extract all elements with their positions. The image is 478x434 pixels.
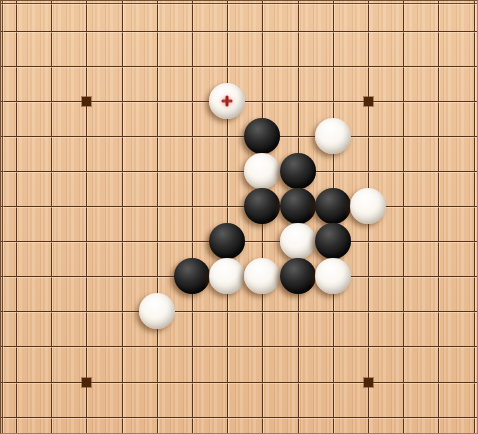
star-point (82, 378, 91, 387)
grid-line-horizontal (1, 417, 477, 418)
grid-line-horizontal (1, 136, 477, 137)
white-stone (280, 223, 316, 259)
white-stone (315, 258, 351, 294)
white-stone (315, 118, 351, 154)
grid-line-vertical-edge (2, 1, 3, 433)
black-stone (280, 153, 316, 189)
star-point (364, 378, 373, 387)
grid-line-horizontal-edge (1, 3, 477, 4)
grid-line-horizontal (1, 311, 477, 312)
grid-line-horizontal (1, 66, 477, 67)
black-stone (280, 258, 316, 294)
black-stone (315, 188, 351, 224)
white-stone (350, 188, 386, 224)
last-move-marker-icon (221, 94, 234, 107)
white-stone-last-move (209, 83, 245, 119)
white-stone (209, 258, 245, 294)
grid-line-horizontal (1, 382, 477, 383)
star-point (364, 97, 373, 106)
white-stone (244, 258, 280, 294)
star-point (82, 97, 91, 106)
grid-line-horizontal (1, 171, 477, 172)
black-stone (315, 223, 351, 259)
go-board[interactable] (0, 0, 478, 434)
grid-line-horizontal (1, 31, 477, 32)
black-stone (244, 188, 280, 224)
grid-line-horizontal (1, 206, 477, 207)
black-stone (280, 188, 316, 224)
black-stone (174, 258, 210, 294)
grid-line-horizontal (1, 346, 477, 347)
white-stone (139, 293, 175, 329)
black-stone (244, 118, 280, 154)
black-stone (209, 223, 245, 259)
white-stone (244, 153, 280, 189)
